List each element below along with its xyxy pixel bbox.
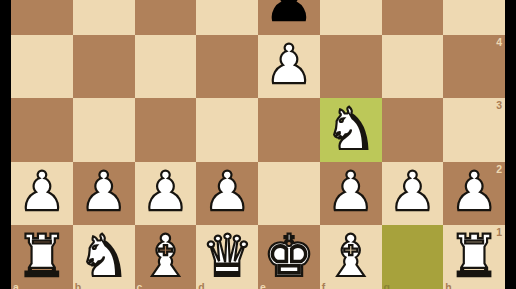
chess-board[interactable]: ♜♞♝♛♚♝♞♜8♟♟♟♟♟♟♟76♟5♟4♞3♟♟♟♟♟♟♟2♜a♞b♝c♛d… bbox=[11, 0, 505, 289]
square-f5[interactable] bbox=[320, 0, 382, 35]
coord-rank-2: 2 bbox=[496, 163, 502, 175]
square-a1[interactable]: ♜a bbox=[11, 225, 73, 289]
square-d1[interactable]: ♛d bbox=[196, 225, 258, 289]
coord-rank-1: 1 bbox=[496, 226, 502, 238]
chess-video-frame: ♜♞♝♛♚♝♞♜8♟♟♟♟♟♟♟76♟5♟4♞3♟♟♟♟♟♟♟2♜a♞b♝c♛d… bbox=[0, 0, 516, 289]
square-b4[interactable] bbox=[73, 35, 135, 99]
coord-file-h: h bbox=[445, 281, 451, 289]
square-d2[interactable]: ♟ bbox=[196, 162, 258, 226]
square-f1[interactable]: ♝f bbox=[320, 225, 382, 289]
square-h5[interactable]: 5 bbox=[443, 0, 505, 35]
white-rook[interactable]: ♜ bbox=[448, 227, 500, 285]
white-bishop[interactable]: ♝ bbox=[325, 227, 377, 285]
coord-file-a: a bbox=[13, 281, 19, 289]
white-pawn[interactable]: ♟ bbox=[18, 165, 66, 219]
black-pawn[interactable]: ♟ bbox=[265, 0, 313, 29]
square-d4[interactable] bbox=[196, 35, 258, 99]
white-pawn[interactable]: ♟ bbox=[450, 165, 498, 219]
letterbox-left bbox=[0, 0, 11, 289]
square-f4[interactable] bbox=[320, 35, 382, 99]
white-pawn[interactable]: ♟ bbox=[326, 165, 374, 219]
white-pawn[interactable]: ♟ bbox=[388, 165, 436, 219]
square-d3[interactable] bbox=[196, 98, 258, 162]
square-a5[interactable] bbox=[11, 0, 73, 35]
square-d5[interactable] bbox=[196, 0, 258, 35]
white-pawn[interactable]: ♟ bbox=[265, 38, 313, 92]
square-g1[interactable]: g bbox=[382, 225, 444, 289]
white-pawn[interactable]: ♟ bbox=[141, 165, 189, 219]
white-queen[interactable]: ♛ bbox=[201, 227, 253, 285]
coord-file-c: c bbox=[137, 281, 143, 289]
white-pawn[interactable]: ♟ bbox=[203, 165, 251, 219]
square-h3[interactable]: 3 bbox=[443, 98, 505, 162]
white-knight[interactable]: ♞ bbox=[78, 227, 130, 285]
square-h2[interactable]: ♟2 bbox=[443, 162, 505, 226]
letterbox-right bbox=[505, 0, 516, 289]
square-f2[interactable]: ♟ bbox=[320, 162, 382, 226]
square-b1[interactable]: ♞b bbox=[73, 225, 135, 289]
square-e4[interactable]: ♟ bbox=[258, 35, 320, 99]
square-f3[interactable]: ♞ bbox=[320, 98, 382, 162]
square-h4[interactable]: 4 bbox=[443, 35, 505, 99]
square-b5[interactable] bbox=[73, 0, 135, 35]
square-h1[interactable]: ♜1h bbox=[443, 225, 505, 289]
square-b3[interactable] bbox=[73, 98, 135, 162]
square-c2[interactable]: ♟ bbox=[135, 162, 197, 226]
square-c5[interactable] bbox=[135, 0, 197, 35]
square-e5[interactable]: ♟ bbox=[258, 0, 320, 35]
coord-file-e: e bbox=[260, 281, 266, 289]
coord-rank-4: 4 bbox=[496, 36, 502, 48]
square-e3[interactable] bbox=[258, 98, 320, 162]
square-g2[interactable]: ♟ bbox=[382, 162, 444, 226]
square-a3[interactable] bbox=[11, 98, 73, 162]
square-a4[interactable] bbox=[11, 35, 73, 99]
coord-file-b: b bbox=[75, 281, 81, 289]
coord-file-g: g bbox=[384, 281, 390, 289]
square-b2[interactable]: ♟ bbox=[73, 162, 135, 226]
white-knight[interactable]: ♞ bbox=[325, 100, 377, 158]
square-c4[interactable] bbox=[135, 35, 197, 99]
square-c1[interactable]: ♝c bbox=[135, 225, 197, 289]
coord-file-d: d bbox=[198, 281, 204, 289]
square-e1[interactable]: ♚e bbox=[258, 225, 320, 289]
coord-file-f: f bbox=[322, 281, 326, 289]
white-pawn[interactable]: ♟ bbox=[79, 165, 127, 219]
white-rook[interactable]: ♜ bbox=[16, 227, 68, 285]
square-a2[interactable]: ♟ bbox=[11, 162, 73, 226]
white-bishop[interactable]: ♝ bbox=[139, 227, 191, 285]
square-e2[interactable] bbox=[258, 162, 320, 226]
coord-rank-3: 3 bbox=[496, 99, 502, 111]
white-king[interactable]: ♚ bbox=[263, 227, 315, 285]
square-g5[interactable] bbox=[382, 0, 444, 35]
square-c3[interactable] bbox=[135, 98, 197, 162]
square-g3[interactable] bbox=[382, 98, 444, 162]
square-g4[interactable] bbox=[382, 35, 444, 99]
